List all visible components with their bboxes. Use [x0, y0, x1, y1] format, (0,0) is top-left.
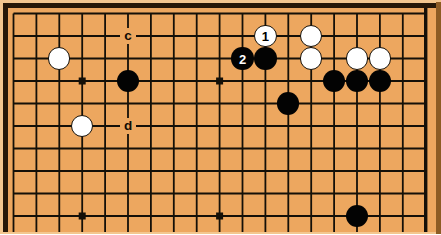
letter-annotation-c: c — [120, 28, 136, 44]
letters-layer: cd — [0, 0, 441, 234]
board-bevel-right — [436, 2, 441, 234]
letter-annotation-d: d — [120, 118, 136, 134]
board-bevel-bottom — [3, 232, 436, 235]
board-frame-top — [3, 3, 436, 8]
go-board-diagram: 12 cd — [0, 0, 441, 234]
board-frame-left — [3, 3, 8, 234]
